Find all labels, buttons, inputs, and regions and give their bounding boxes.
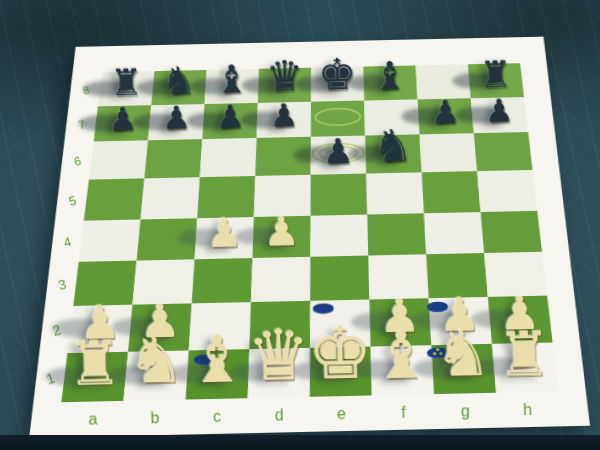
piece-black-pawn-e6[interactable]: ♟ — [322, 134, 353, 169]
file-label-c: c — [213, 408, 221, 425]
square-e3[interactable] — [309, 256, 369, 301]
file-label-g: g — [461, 402, 470, 419]
square-f4[interactable] — [367, 213, 426, 255]
table-background: abcdefgh12345678 ♜♞♝♛♚♝♜♟♟♟♟♟♟♟♞♟♟♟♟♟♟♟♜… — [0, 0, 600, 450]
piece-black-rook-h8[interactable]: ♜ — [479, 57, 512, 93]
piece-black-knight-f6[interactable]: ♞ — [373, 123, 413, 168]
piece-black-bishop-f8[interactable]: ♝ — [372, 56, 407, 95]
square-b6[interactable] — [144, 139, 204, 178]
square-g6[interactable] — [420, 133, 478, 172]
square-e5[interactable] — [310, 174, 368, 216]
piece-black-bishop-c8[interactable]: ♝ — [214, 60, 249, 99]
piece-white-bishop-c1[interactable]: ♝ — [188, 326, 248, 392]
piece-white-rook-a1[interactable]: ♜ — [67, 333, 123, 395]
piece-black-king-e8[interactable]: ♚ — [318, 53, 357, 97]
piece-black-pawn-g7[interactable]: ♟ — [431, 96, 460, 128]
piece-black-queen-d8[interactable]: ♛ — [266, 56, 304, 98]
square-g4[interactable] — [424, 212, 484, 254]
piece-white-king-e1[interactable]: ♚ — [307, 316, 374, 390]
square-c6[interactable] — [199, 138, 257, 177]
piece-black-pawn-a7[interactable]: ♟ — [108, 103, 137, 135]
square-d3[interactable] — [250, 257, 311, 302]
piece-white-knight-b1[interactable]: ♞ — [127, 329, 186, 394]
piece-black-pawn-d7[interactable]: ♟ — [269, 100, 298, 132]
square-a6[interactable] — [88, 140, 149, 179]
square-b5[interactable] — [140, 177, 201, 219]
piece-black-knight-b8[interactable]: ♞ — [162, 62, 197, 100]
piece-white-queen-d1[interactable]: ♛ — [247, 320, 311, 391]
piece-white-pawn-c4[interactable]: ♟ — [206, 212, 243, 253]
file-label-e: e — [337, 405, 346, 422]
piece-black-pawn-c7[interactable]: ♟ — [216, 101, 245, 133]
square-h5[interactable] — [477, 170, 537, 212]
square-c3[interactable] — [191, 258, 254, 303]
square-g5[interactable] — [422, 171, 481, 213]
piece-white-rook-h1[interactable]: ♜ — [497, 324, 553, 386]
square-e4[interactable] — [309, 215, 368, 257]
board-tilt-wrapper: abcdefgh12345678 ♜♞♝♛♚♝♜♟♟♟♟♟♟♟♞♟♟♟♟♟♟♟♜… — [0, 0, 600, 450]
piece-black-rook-a8[interactable]: ♜ — [110, 65, 143, 101]
square-f5[interactable] — [366, 172, 424, 214]
square-h4[interactable] — [481, 211, 542, 253]
file-label-h: h — [523, 401, 532, 418]
square-a5[interactable] — [83, 178, 145, 220]
piece-black-pawn-b7[interactable]: ♟ — [162, 102, 191, 134]
file-label-b: b — [150, 409, 159, 426]
square-h6[interactable] — [474, 132, 533, 171]
piece-black-pawn-h7[interactable]: ♟ — [485, 95, 514, 127]
piece-white-pawn-d4[interactable]: ♟ — [263, 211, 300, 252]
piece-white-bishop-f1[interactable]: ♝ — [372, 322, 432, 388]
square-a4[interactable] — [78, 219, 142, 261]
piece-white-knight-g1[interactable]: ♞ — [434, 322, 493, 387]
file-label-d: d — [274, 406, 283, 423]
file-label-a: a — [88, 410, 97, 427]
